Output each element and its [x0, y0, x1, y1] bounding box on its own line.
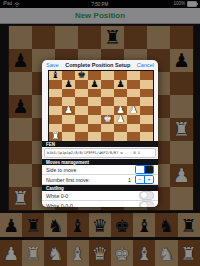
white-short-castle-row: White 0-0: [42, 191, 158, 201]
setup-square-d1[interactable]: [88, 132, 101, 141]
setup-square-a6[interactable]: [49, 89, 62, 98]
setup-square-b2[interactable]: [62, 124, 75, 133]
modal-body: FEN b1k5/1p1p1p2/8/8/1P3PP1/4KP2/8/R7 w …: [42, 141, 158, 207]
setup-square-e2[interactable]: [101, 124, 114, 133]
setup-square-h1[interactable]: [140, 132, 153, 141]
first-move-number-value: 1: [128, 177, 131, 183]
setup-square-a3[interactable]: [49, 115, 62, 124]
side-to-move-segmented[interactable]: [135, 165, 154, 174]
white-long-castle-label: White 0-0-0: [46, 203, 73, 208]
setup-square-c5[interactable]: [75, 97, 88, 106]
fen-value: b1k5/1p1p1p2/8/8/1P3PP1/4KP2/8/R7 w - - …: [47, 151, 140, 155]
setup-square-f3[interactable]: ♟: [114, 115, 127, 124]
fen-section-header: FEN: [42, 141, 158, 147]
white-long-castle-row: White 0-0-0: [42, 201, 158, 207]
setup-square-h7[interactable]: [140, 80, 153, 89]
setup-square-g7[interactable]: [127, 80, 140, 89]
modal-title: Complete Position Setup: [65, 62, 130, 68]
setup-square-a4[interactable]: [49, 106, 62, 115]
stepper-increment-button[interactable]: +: [144, 176, 153, 183]
setup-square-b7[interactable]: ♟: [62, 80, 75, 89]
setup-square-a8[interactable]: ♝: [49, 71, 62, 80]
app-screen: iPad 7:50 PM 100% New Position ♜♟♟♟♜♟♜ ♟…: [0, 0, 200, 266]
white-long-castle-switch[interactable]: [139, 201, 154, 207]
setup-square-g2[interactable]: [127, 124, 140, 133]
black-bishop-piece: ♝: [51, 71, 60, 80]
setup-square-e3[interactable]: ♚: [101, 115, 114, 124]
setup-square-g8[interactable]: [127, 71, 140, 80]
setup-square-d5[interactable]: [88, 97, 101, 106]
setup-square-b4[interactable]: ♟: [62, 106, 75, 115]
setup-square-h2[interactable]: [140, 124, 153, 133]
setup-square-h8[interactable]: [140, 71, 153, 80]
setup-square-g3[interactable]: [127, 115, 140, 124]
setup-square-e1[interactable]: [101, 132, 114, 141]
white-pawn-piece: ♟: [64, 106, 73, 115]
setup-square-c7[interactable]: [75, 80, 88, 89]
setup-square-f6[interactable]: [114, 89, 127, 98]
setup-square-c8[interactable]: ♚: [75, 71, 88, 80]
setup-square-g1[interactable]: [127, 132, 140, 141]
white-pawn-piece: ♟: [129, 106, 138, 115]
setup-square-h4[interactable]: [140, 106, 153, 115]
setup-square-c1[interactable]: [75, 132, 88, 141]
setup-square-a7[interactable]: [49, 80, 62, 89]
black-pawn-piece: ♟: [116, 80, 125, 89]
setup-square-f2[interactable]: [114, 124, 127, 133]
setup-square-c3[interactable]: [75, 115, 88, 124]
setup-square-f1[interactable]: [114, 132, 127, 141]
position-setup-modal: Save Complete Position Setup Cancel ♝♚♟♟…: [42, 60, 158, 207]
setup-square-d4[interactable]: [88, 106, 101, 115]
setup-square-d7[interactable]: ♟: [88, 80, 101, 89]
first-move-number-row: Number first move: 1 − +: [42, 175, 158, 185]
setup-square-e7[interactable]: [101, 80, 114, 89]
setup-square-c6[interactable]: [75, 89, 88, 98]
side-black-segment[interactable]: [144, 166, 153, 173]
setup-square-a1[interactable]: ♜: [49, 132, 62, 141]
black-king-piece: ♚: [77, 71, 86, 80]
setup-square-a5[interactable]: [49, 97, 62, 106]
setup-square-d6[interactable]: [88, 89, 101, 98]
white-short-castle-switch[interactable]: [139, 191, 154, 201]
setup-square-d3[interactable]: [88, 115, 101, 124]
black-pawn-piece: ♟: [64, 80, 73, 89]
side-to-move-label: Side to move: [46, 167, 76, 173]
side-to-move-row: Side to move: [42, 165, 158, 175]
setup-square-h3[interactable]: [140, 115, 153, 124]
white-king-piece: ♚: [103, 115, 112, 124]
setup-square-g6[interactable]: [127, 89, 140, 98]
stepper-decrement-button[interactable]: −: [136, 176, 144, 183]
side-white-segment[interactable]: [136, 166, 144, 173]
save-button[interactable]: Save: [46, 62, 59, 68]
setup-square-h5[interactable]: [140, 97, 153, 106]
fen-input[interactable]: b1k5/1p1p1p2/8/8/1P3PP1/4KP2/8/R7 w - - …: [44, 148, 156, 158]
setup-square-e6[interactable]: [101, 89, 114, 98]
setup-square-c2[interactable]: [75, 124, 88, 133]
setup-chess-board[interactable]: ♝♚♟♟♟♟♟♟♚♟♜: [48, 70, 154, 142]
setup-square-h6[interactable]: [140, 89, 153, 98]
setup-square-e5[interactable]: [101, 97, 114, 106]
white-rook-piece: ♜: [51, 132, 60, 141]
first-move-number-label: Number first move:: [46, 177, 90, 183]
black-pawn-piece: ♟: [90, 80, 99, 89]
white-pawn-piece: ♟: [116, 115, 125, 124]
setup-square-e8[interactable]: [101, 71, 114, 80]
setup-square-f7[interactable]: ♟: [114, 80, 127, 89]
white-short-castle-label: White 0-0: [46, 193, 68, 199]
setup-square-g4[interactable]: ♟: [127, 106, 140, 115]
cancel-button[interactable]: Cancel: [137, 62, 154, 68]
setup-square-b1[interactable]: [62, 132, 75, 141]
setup-square-b3[interactable]: [62, 115, 75, 124]
setup-square-b6[interactable]: [62, 89, 75, 98]
setup-square-d2[interactable]: [88, 124, 101, 133]
setup-square-c4[interactable]: [75, 106, 88, 115]
first-move-stepper[interactable]: − +: [135, 175, 154, 184]
